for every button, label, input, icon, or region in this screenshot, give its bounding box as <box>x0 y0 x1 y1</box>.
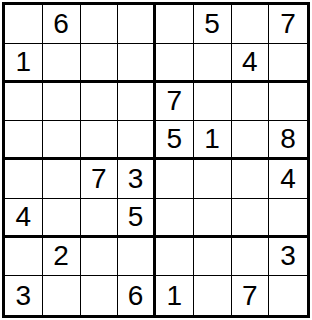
cell-r8c2[interactable] <box>43 276 81 315</box>
cell-r2c4[interactable] <box>118 44 156 83</box>
cell-r5c5[interactable] <box>156 160 194 199</box>
cell-r3c3[interactable] <box>81 83 119 122</box>
cell-r2c3[interactable] <box>81 44 119 83</box>
cell-r8c5[interactable]: 1 <box>156 276 194 315</box>
cell-r5c2[interactable] <box>43 160 81 199</box>
cell-r4c7[interactable] <box>232 121 270 160</box>
cell-r3c4[interactable] <box>118 83 156 122</box>
cell-r7c6[interactable] <box>194 238 232 277</box>
cell-r1c3[interactable] <box>81 5 119 44</box>
cell-r5c1[interactable] <box>5 160 43 199</box>
cell-r7c4[interactable] <box>118 238 156 277</box>
cell-r4c3[interactable] <box>81 121 119 160</box>
cell-r4c8[interactable]: 8 <box>269 121 307 160</box>
cell-r4c6[interactable]: 1 <box>194 121 232 160</box>
cell-r6c1[interactable]: 4 <box>5 199 43 238</box>
cell-r2c8[interactable] <box>269 44 307 83</box>
cell-r5c4[interactable]: 3 <box>118 160 156 199</box>
cell-r8c7[interactable]: 7 <box>232 276 270 315</box>
cell-r4c1[interactable] <box>5 121 43 160</box>
cell-r6c2[interactable] <box>43 199 81 238</box>
cell-r7c3[interactable] <box>81 238 119 277</box>
cell-r2c7[interactable]: 4 <box>232 44 270 83</box>
cell-r4c4[interactable] <box>118 121 156 160</box>
cell-r1c6[interactable]: 5 <box>194 5 232 44</box>
cell-r8c6[interactable] <box>194 276 232 315</box>
cell-r1c8[interactable]: 7 <box>269 5 307 44</box>
cell-r8c8[interactable] <box>269 276 307 315</box>
cell-r5c7[interactable] <box>232 160 270 199</box>
cell-r3c6[interactable] <box>194 83 232 122</box>
cell-r7c5[interactable] <box>156 238 194 277</box>
cell-r1c1[interactable] <box>5 5 43 44</box>
cell-r1c4[interactable] <box>118 5 156 44</box>
cell-r7c2[interactable]: 2 <box>43 238 81 277</box>
cell-r7c8[interactable]: 3 <box>269 238 307 277</box>
cell-r3c2[interactable] <box>43 83 81 122</box>
sudoku-board: 65714751873445233617 <box>2 2 310 318</box>
cell-r3c7[interactable] <box>232 83 270 122</box>
cell-r6c6[interactable] <box>194 199 232 238</box>
cell-r6c8[interactable] <box>269 199 307 238</box>
cell-r8c3[interactable] <box>81 276 119 315</box>
cell-r3c8[interactable] <box>269 83 307 122</box>
cell-r2c5[interactable] <box>156 44 194 83</box>
cell-r7c1[interactable] <box>5 238 43 277</box>
cell-r6c7[interactable] <box>232 199 270 238</box>
cell-r3c1[interactable] <box>5 83 43 122</box>
cell-r4c2[interactable] <box>43 121 81 160</box>
cell-r2c6[interactable] <box>194 44 232 83</box>
cell-r2c1[interactable]: 1 <box>5 44 43 83</box>
cell-r2c2[interactable] <box>43 44 81 83</box>
cell-r6c4[interactable]: 5 <box>118 199 156 238</box>
cell-r1c2[interactable]: 6 <box>43 5 81 44</box>
cell-r1c7[interactable] <box>232 5 270 44</box>
cell-r4c5[interactable]: 5 <box>156 121 194 160</box>
cell-r5c3[interactable]: 7 <box>81 160 119 199</box>
cell-r6c5[interactable] <box>156 199 194 238</box>
cell-r6c3[interactable] <box>81 199 119 238</box>
cell-r5c6[interactable] <box>194 160 232 199</box>
cell-r5c8[interactable]: 4 <box>269 160 307 199</box>
cell-r1c5[interactable] <box>156 5 194 44</box>
cell-r8c4[interactable]: 6 <box>118 276 156 315</box>
cell-r7c7[interactable] <box>232 238 270 277</box>
cell-r3c5[interactable]: 7 <box>156 83 194 122</box>
cell-r8c1[interactable]: 3 <box>5 276 43 315</box>
